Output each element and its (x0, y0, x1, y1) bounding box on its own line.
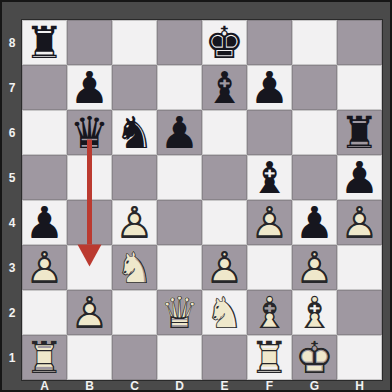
piece-white-bishop: ♝♗ (247, 290, 292, 335)
white-rook-outline-glyph: ♖ (22, 335, 67, 380)
piece-black-king: ♚ (202, 20, 247, 65)
black-rook-glyph: ♜ (337, 110, 382, 155)
black-bishop-glyph: ♝ (202, 65, 247, 110)
square-h7[interactable] (337, 65, 382, 110)
piece-black-pawn: ♟ (247, 65, 292, 110)
piece-black-queen: ♛ (67, 110, 112, 155)
piece-white-knight: ♞♘ (112, 245, 157, 290)
rank-label-8: 8 (2, 20, 22, 65)
white-knight-outline-glyph: ♘ (202, 290, 247, 335)
piece-white-pawn: ♟♙ (292, 245, 337, 290)
square-d6[interactable]: ♟ (157, 110, 202, 155)
black-pawn-glyph: ♟ (157, 110, 202, 155)
white-rook-outline-glyph: ♖ (247, 335, 292, 380)
black-king-glyph: ♚ (202, 20, 247, 65)
white-pawn-outline-glyph: ♙ (67, 290, 112, 335)
square-d4[interactable] (157, 200, 202, 245)
chess-board: ♜♚♟♝♟♛♞♟♜♝♟♟♟♙♟♙♟♟♙♟♙♞♘♟♙♟♙♟♙♛♕♞♘♝♗♝♗♜♖♜… (22, 20, 382, 380)
square-b8[interactable] (67, 20, 112, 65)
piece-black-bishop: ♝ (247, 155, 292, 200)
square-a8[interactable]: ♜ (22, 20, 67, 65)
square-f4[interactable]: ♟♙ (247, 200, 292, 245)
black-knight-glyph: ♞ (112, 110, 157, 155)
square-h2[interactable] (337, 290, 382, 335)
square-g1[interactable]: ♚♔ (292, 335, 337, 380)
white-pawn-outline-glyph: ♙ (337, 200, 382, 245)
square-h6[interactable]: ♜ (337, 110, 382, 155)
rank-label-6: 6 (2, 110, 22, 155)
square-e5[interactable] (202, 155, 247, 200)
rank-label-7: 7 (2, 65, 22, 110)
black-pawn-glyph: ♟ (292, 200, 337, 245)
piece-black-pawn: ♟ (337, 155, 382, 200)
square-a2[interactable] (22, 290, 67, 335)
square-c7[interactable] (112, 65, 157, 110)
black-pawn-glyph: ♟ (22, 200, 67, 245)
square-a3[interactable]: ♟♙ (22, 245, 67, 290)
square-b3[interactable] (67, 245, 112, 290)
square-c1[interactable] (112, 335, 157, 380)
file-label-e: E (202, 379, 247, 392)
square-g4[interactable]: ♟ (292, 200, 337, 245)
square-e7[interactable]: ♝ (202, 65, 247, 110)
square-a7[interactable] (22, 65, 67, 110)
square-b7[interactable]: ♟ (67, 65, 112, 110)
white-pawn-outline-glyph: ♙ (292, 245, 337, 290)
piece-black-pawn: ♟ (67, 65, 112, 110)
rank-label-3: 3 (2, 245, 22, 290)
square-h4[interactable]: ♟♙ (337, 200, 382, 245)
rank-label-1: 1 (2, 335, 22, 380)
piece-white-pawn: ♟♙ (112, 200, 157, 245)
black-pawn-glyph: ♟ (67, 65, 112, 110)
square-a6[interactable] (22, 110, 67, 155)
black-bishop-glyph: ♝ (247, 155, 292, 200)
black-rook-glyph: ♜ (22, 20, 67, 65)
square-h3[interactable] (337, 245, 382, 290)
square-b4[interactable] (67, 200, 112, 245)
square-b1[interactable] (67, 335, 112, 380)
piece-white-pawn: ♟♙ (202, 245, 247, 290)
square-a4[interactable]: ♟ (22, 200, 67, 245)
white-pawn-outline-glyph: ♙ (202, 245, 247, 290)
file-label-f: F (247, 379, 292, 392)
square-f7[interactable]: ♟ (247, 65, 292, 110)
black-queen-glyph: ♛ (67, 110, 112, 155)
square-d3[interactable] (157, 245, 202, 290)
square-b2[interactable]: ♟♙ (67, 290, 112, 335)
file-label-d: D (157, 379, 202, 392)
piece-black-bishop: ♝ (202, 65, 247, 110)
white-pawn-outline-glyph: ♙ (112, 200, 157, 245)
piece-black-knight: ♞ (112, 110, 157, 155)
file-label-c: C (112, 379, 157, 392)
white-pawn-outline-glyph: ♙ (22, 245, 67, 290)
square-e6[interactable] (202, 110, 247, 155)
square-a1[interactable]: ♜♖ (22, 335, 67, 380)
black-pawn-glyph: ♟ (337, 155, 382, 200)
white-bishop-outline-glyph: ♗ (292, 290, 337, 335)
square-d7[interactable] (157, 65, 202, 110)
rank-label-4: 4 (2, 200, 22, 245)
square-f3[interactable] (247, 245, 292, 290)
white-pawn-outline-glyph: ♙ (247, 200, 292, 245)
piece-white-king: ♚♔ (292, 335, 337, 380)
piece-white-knight: ♞♘ (202, 290, 247, 335)
piece-black-rook: ♜ (337, 110, 382, 155)
white-bishop-outline-glyph: ♗ (247, 290, 292, 335)
square-g5[interactable] (292, 155, 337, 200)
square-g6[interactable] (292, 110, 337, 155)
file-label-h: H (337, 379, 382, 392)
square-c8[interactable] (112, 20, 157, 65)
piece-white-pawn: ♟♙ (247, 200, 292, 245)
piece-white-pawn: ♟♙ (337, 200, 382, 245)
piece-white-pawn: ♟♙ (67, 290, 112, 335)
square-e4[interactable] (202, 200, 247, 245)
square-b5[interactable] (67, 155, 112, 200)
square-c5[interactable] (112, 155, 157, 200)
piece-black-rook: ♜ (22, 20, 67, 65)
piece-white-bishop: ♝♗ (292, 290, 337, 335)
chess-board-app: ♜♚♟♝♟♛♞♟♜♝♟♟♟♙♟♙♟♟♙♟♙♞♘♟♙♟♙♟♙♛♕♞♘♝♗♝♗♜♖♜… (0, 0, 392, 392)
square-g7[interactable] (292, 65, 337, 110)
square-b6[interactable]: ♛ (67, 110, 112, 155)
square-e8[interactable]: ♚ (202, 20, 247, 65)
piece-black-pawn: ♟ (22, 200, 67, 245)
square-g3[interactable]: ♟♙ (292, 245, 337, 290)
white-king-outline-glyph: ♔ (292, 335, 337, 380)
piece-black-pawn: ♟ (292, 200, 337, 245)
file-label-g: G (292, 379, 337, 392)
rank-label-2: 2 (2, 290, 22, 335)
square-e3[interactable]: ♟♙ (202, 245, 247, 290)
piece-black-pawn: ♟ (157, 110, 202, 155)
square-e2[interactable]: ♞♘ (202, 290, 247, 335)
square-d5[interactable] (157, 155, 202, 200)
square-c3[interactable]: ♞♘ (112, 245, 157, 290)
piece-white-pawn: ♟♙ (22, 245, 67, 290)
square-h8[interactable] (337, 20, 382, 65)
piece-white-queen: ♛♕ (157, 290, 202, 335)
square-h1[interactable] (337, 335, 382, 380)
square-c6[interactable]: ♞ (112, 110, 157, 155)
piece-white-rook: ♜♖ (247, 335, 292, 380)
square-h5[interactable]: ♟ (337, 155, 382, 200)
square-d8[interactable] (157, 20, 202, 65)
white-knight-outline-glyph: ♘ (112, 245, 157, 290)
square-g2[interactable]: ♝♗ (292, 290, 337, 335)
square-f6[interactable] (247, 110, 292, 155)
square-f2[interactable]: ♝♗ (247, 290, 292, 335)
file-label-b: B (67, 379, 112, 392)
square-a5[interactable] (22, 155, 67, 200)
black-pawn-glyph: ♟ (247, 65, 292, 110)
square-g8[interactable] (292, 20, 337, 65)
piece-white-rook: ♜♖ (22, 335, 67, 380)
square-f8[interactable] (247, 20, 292, 65)
white-queen-outline-glyph: ♕ (157, 290, 202, 335)
square-d1[interactable] (157, 335, 202, 380)
square-c4[interactable]: ♟♙ (112, 200, 157, 245)
square-f5[interactable]: ♝ (247, 155, 292, 200)
square-d2[interactable]: ♛♕ (157, 290, 202, 335)
rank-label-5: 5 (2, 155, 22, 200)
square-c2[interactable] (112, 290, 157, 335)
square-e1[interactable] (202, 335, 247, 380)
file-label-a: A (22, 379, 67, 392)
square-f1[interactable]: ♜♖ (247, 335, 292, 380)
